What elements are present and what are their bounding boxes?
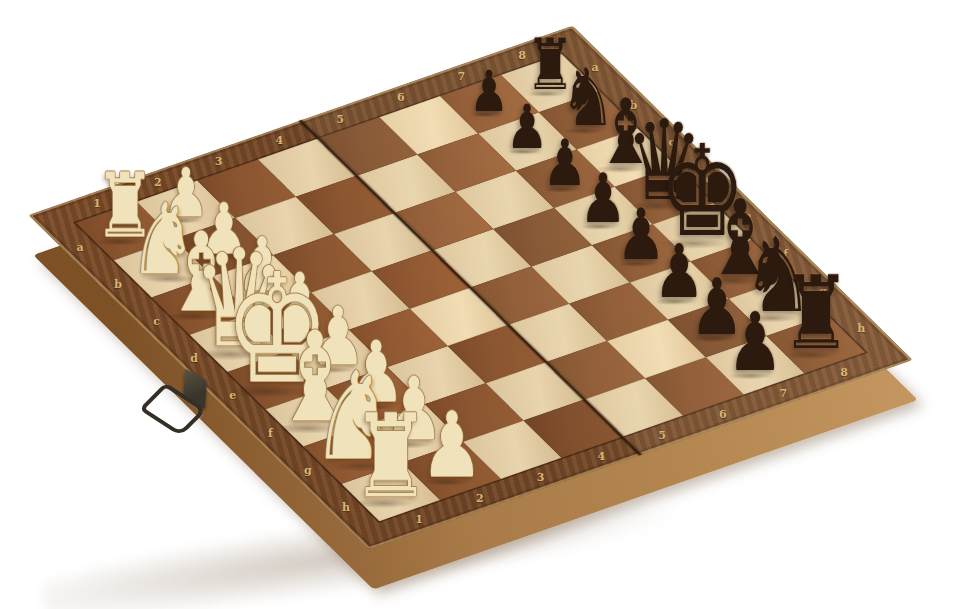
coord-label-6: 6 [397, 91, 405, 104]
clasp-latch [146, 374, 222, 438]
coord-label-b: b [114, 277, 122, 290]
piece-black-rook-h8[interactable]: ♜ [781, 263, 852, 364]
coord-label-a: a [77, 240, 84, 253]
piece-black-pawn-h7[interactable]: ♟ [727, 302, 784, 383]
coord-label-4: 4 [597, 450, 605, 463]
scene: 12345678 12345678 abcdefgh abcdefgh ♜♞♝♛… [0, 0, 953, 609]
coord-label-c: c [153, 315, 160, 328]
coord-label-5: 5 [336, 112, 344, 125]
coord-label-5: 5 [658, 429, 666, 442]
coord-label-h: h [342, 501, 350, 514]
coord-label-3: 3 [215, 155, 223, 168]
piece-white-rook-h1[interactable]: ♜ [351, 398, 431, 513]
piece-black-pawn-a7[interactable]: ♟ [470, 63, 510, 120]
coord-label-3: 3 [537, 471, 545, 484]
coord-label-h: h [857, 322, 865, 335]
coord-label-6: 6 [719, 408, 727, 421]
coord-label-7: 7 [457, 70, 465, 83]
coord-label-4: 4 [275, 133, 283, 146]
